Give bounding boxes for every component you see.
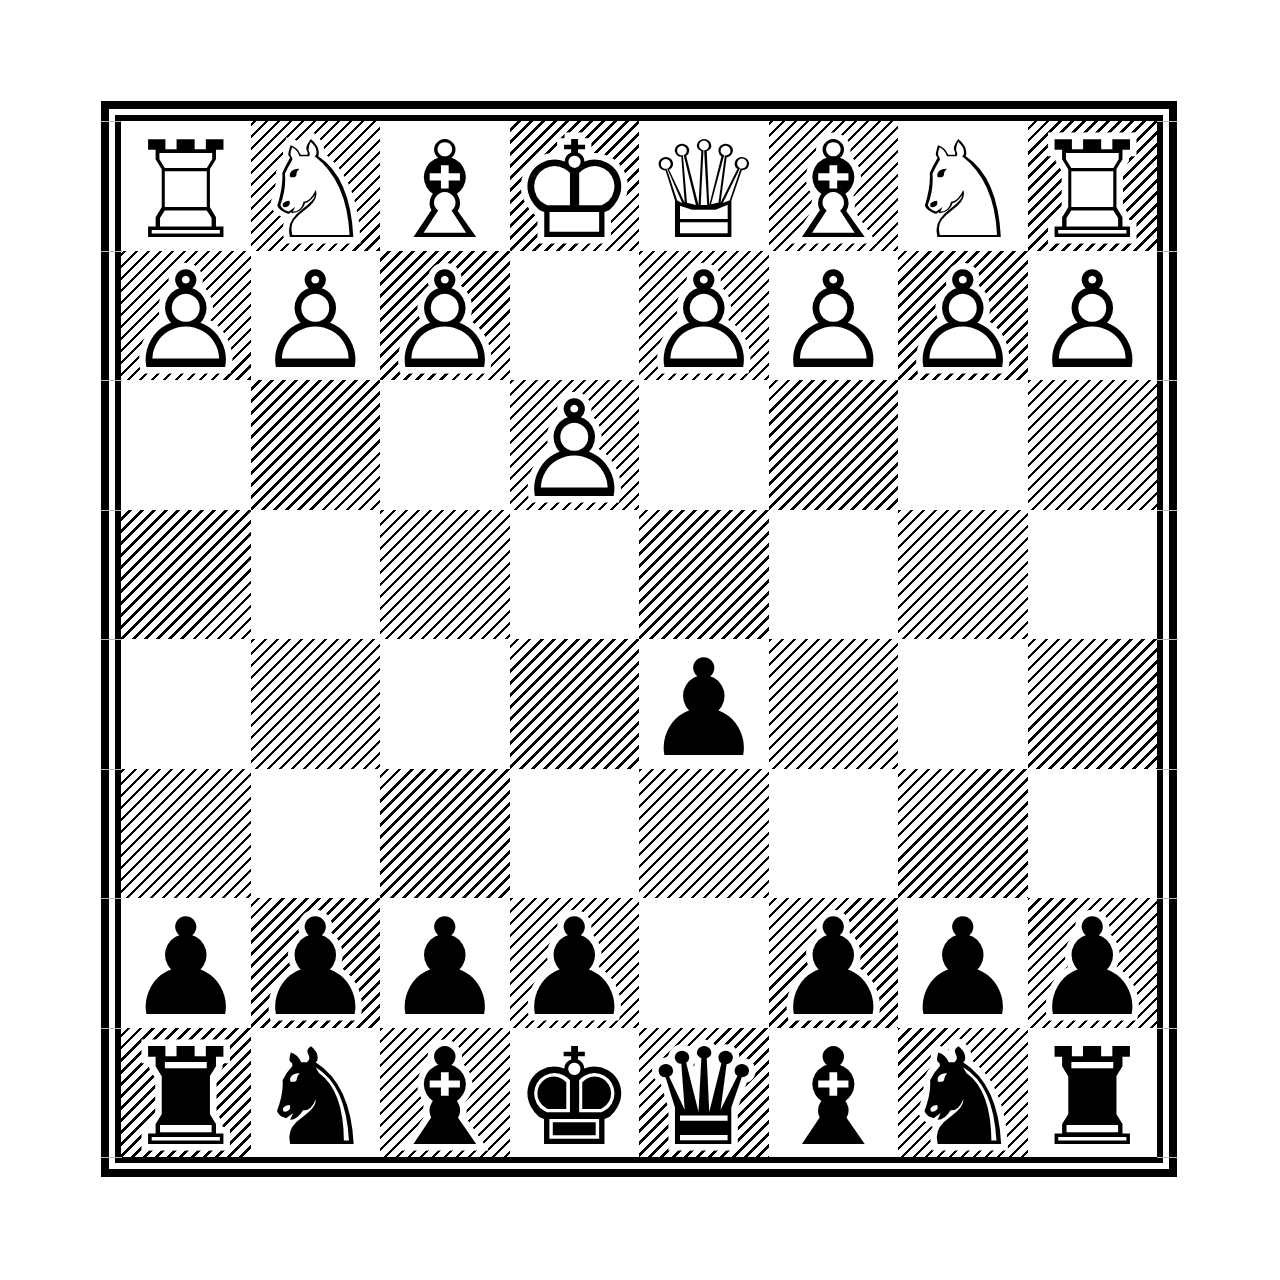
piece-glyph: ♜	[126, 1031, 246, 1165]
square-g8[interactable]: ♞♞	[251, 1028, 381, 1158]
piece-glyph: ♗	[773, 124, 893, 258]
piece-glyph: ♘	[903, 124, 1023, 258]
frame-tick-mark	[1157, 121, 1178, 122]
piece-white-pawn: ♟♙	[639, 254, 769, 384]
square-c5[interactable]	[769, 639, 899, 769]
frame-tick-mark	[101, 1028, 122, 1029]
piece-white-bishop: ♝♗	[769, 124, 899, 254]
piece-glyph: ♙	[903, 254, 1023, 388]
square-b2[interactable]: ♟♙	[898, 251, 1028, 381]
board-frame-inner: ♜♖♞♘♝♗♚♔♛♕♝♗♞♘♜♖♟♙♟♙♟♙♟♙♟♙♟♙♟♙♟♙♟♟♟♟♟♟♟♟…	[115, 115, 1163, 1163]
piece-white-pawn: ♟♙	[769, 254, 899, 384]
square-h8[interactable]: ♜♜	[121, 1028, 251, 1158]
piece-white-pawn: ♟♙	[121, 254, 251, 384]
square-b8[interactable]: ♞♞	[898, 1028, 1028, 1158]
piece-white-pawn: ♟♙	[1028, 254, 1158, 384]
frame-tick-mark	[101, 380, 122, 381]
piece-black-king: ♚♚	[510, 1031, 640, 1161]
piece-glyph: ♙	[385, 254, 505, 388]
square-d7[interactable]	[639, 898, 769, 1028]
square-d4[interactable]	[639, 510, 769, 640]
piece-glyph: ♖	[1032, 124, 1152, 258]
square-g4[interactable]	[251, 510, 381, 640]
square-d2[interactable]: ♟♙	[639, 251, 769, 381]
piece-glyph: ♟	[385, 901, 505, 1035]
square-f5[interactable]	[380, 639, 510, 769]
square-e6[interactable]	[510, 769, 640, 899]
piece-black-knight: ♞♞	[251, 1031, 381, 1161]
square-a6[interactable]	[1028, 769, 1158, 899]
piece-black-pawn: ♟♟	[251, 901, 381, 1031]
square-h1[interactable]: ♜♖	[121, 121, 251, 251]
piece-black-bishop: ♝♝	[380, 1031, 510, 1161]
square-g7[interactable]: ♟♟	[251, 898, 381, 1028]
square-e1[interactable]: ♚♔	[510, 121, 640, 251]
square-b3[interactable]	[898, 380, 1028, 510]
frame-tick-mark	[1157, 1028, 1178, 1029]
piece-white-pawn: ♟♙	[510, 383, 640, 513]
piece-black-rook: ♜♜	[121, 1031, 251, 1161]
square-d6[interactable]	[639, 769, 769, 899]
frame-tick-mark	[1157, 898, 1178, 899]
square-a4[interactable]	[1028, 510, 1158, 640]
square-g2[interactable]: ♟♙	[251, 251, 381, 381]
frame-tick-mark	[1157, 380, 1178, 381]
piece-glyph: ♞	[903, 1031, 1023, 1165]
piece-glyph: ♝	[385, 1031, 505, 1165]
square-a5[interactable]	[1028, 639, 1158, 769]
square-f3[interactable]	[380, 380, 510, 510]
piece-black-pawn: ♟♟	[1028, 901, 1158, 1031]
frame-tick-mark	[1157, 251, 1178, 252]
frame-tick-mark	[1157, 769, 1178, 770]
piece-glyph: ♖	[126, 124, 246, 258]
piece-glyph: ♗	[385, 124, 505, 258]
square-a1[interactable]: ♜♖	[1028, 121, 1158, 251]
piece-black-bishop: ♝♝	[769, 1031, 899, 1161]
square-b4[interactable]	[898, 510, 1028, 640]
piece-black-pawn: ♟♟	[121, 901, 251, 1031]
square-g6[interactable]	[251, 769, 381, 899]
square-c3[interactable]	[769, 380, 899, 510]
square-h3[interactable]	[121, 380, 251, 510]
piece-glyph: ♟	[514, 901, 634, 1035]
piece-glyph: ♘	[255, 124, 375, 258]
piece-black-pawn: ♟♟	[639, 642, 769, 772]
piece-white-pawn: ♟♙	[380, 254, 510, 384]
frame-tick-mark	[101, 639, 122, 640]
square-b1[interactable]: ♞♘	[898, 121, 1028, 251]
square-f4[interactable]	[380, 510, 510, 640]
square-e4[interactable]	[510, 510, 640, 640]
square-f8[interactable]: ♝♝	[380, 1028, 510, 1158]
square-b7[interactable]: ♟♟	[898, 898, 1028, 1028]
frame-tick-mark	[1157, 510, 1178, 511]
square-c4[interactable]	[769, 510, 899, 640]
square-b5[interactable]	[898, 639, 1028, 769]
square-d8[interactable]: ♛♛	[639, 1028, 769, 1158]
piece-glyph: ♟	[126, 901, 246, 1035]
square-h7[interactable]: ♟♟	[121, 898, 251, 1028]
chess-board: ♜♖♞♘♝♗♚♔♛♕♝♗♞♘♜♖♟♙♟♙♟♙♟♙♟♙♟♙♟♙♟♙♟♟♟♟♟♟♟♟…	[121, 121, 1157, 1157]
square-h5[interactable]	[121, 639, 251, 769]
piece-glyph: ♙	[644, 254, 764, 388]
square-e3[interactable]: ♟♙	[510, 380, 640, 510]
piece-black-pawn: ♟♟	[898, 901, 1028, 1031]
square-g5[interactable]	[251, 639, 381, 769]
piece-white-rook: ♜♖	[121, 124, 251, 254]
piece-black-pawn: ♟♟	[769, 901, 899, 1031]
square-a8[interactable]: ♜♜	[1028, 1028, 1158, 1158]
piece-white-king: ♚♔	[510, 124, 640, 254]
square-c2[interactable]: ♟♙	[769, 251, 899, 381]
piece-white-bishop: ♝♗	[380, 124, 510, 254]
square-c1[interactable]: ♝♗	[769, 121, 899, 251]
piece-white-pawn: ♟♙	[251, 254, 381, 384]
piece-glyph: ♟	[255, 901, 375, 1035]
piece-white-knight: ♞♘	[251, 124, 381, 254]
piece-glyph: ♜	[1032, 1031, 1152, 1165]
piece-glyph: ♛	[644, 1031, 764, 1165]
square-g3[interactable]	[251, 380, 381, 510]
piece-white-queen: ♛♕	[639, 124, 769, 254]
piece-black-rook: ♜♜	[1028, 1031, 1158, 1161]
square-h2[interactable]: ♟♙	[121, 251, 251, 381]
chess-diagram-page: ♜♖♞♘♝♗♚♔♛♕♝♗♞♘♜♖♟♙♟♙♟♙♟♙♟♙♟♙♟♙♟♙♟♟♟♟♟♟♟♟…	[0, 0, 1280, 1280]
square-h4[interactable]	[121, 510, 251, 640]
square-a3[interactable]	[1028, 380, 1158, 510]
piece-glyph: ♙	[1032, 254, 1152, 388]
square-f7[interactable]: ♟♟	[380, 898, 510, 1028]
square-g1[interactable]: ♞♘	[251, 121, 381, 251]
piece-white-knight: ♞♘	[898, 124, 1028, 254]
piece-glyph: ♟	[644, 642, 764, 776]
piece-black-queen: ♛♛	[639, 1031, 769, 1161]
frame-tick-mark	[101, 1157, 122, 1158]
square-h6[interactable]	[121, 769, 251, 899]
frame-tick-mark	[101, 251, 122, 252]
piece-glyph: ♝	[773, 1031, 893, 1165]
square-f1[interactable]: ♝♗	[380, 121, 510, 251]
square-c6[interactable]	[769, 769, 899, 899]
piece-glyph: ♕	[644, 124, 764, 258]
piece-white-rook: ♜♖	[1028, 124, 1158, 254]
board-frame-outer: ♜♖♞♘♝♗♚♔♛♕♝♗♞♘♜♖♟♙♟♙♟♙♟♙♟♙♟♙♟♙♟♙♟♟♟♟♟♟♟♟…	[101, 101, 1177, 1177]
piece-glyph: ♙	[514, 383, 634, 517]
square-e7[interactable]: ♟♟	[510, 898, 640, 1028]
square-f2[interactable]: ♟♙	[380, 251, 510, 381]
square-c7[interactable]: ♟♟	[769, 898, 899, 1028]
piece-white-pawn: ♟♙	[898, 254, 1028, 384]
square-e5[interactable]	[510, 639, 640, 769]
piece-glyph: ♟	[903, 901, 1023, 1035]
piece-black-knight: ♞♞	[898, 1031, 1028, 1161]
piece-black-pawn: ♟♟	[380, 901, 510, 1031]
piece-glyph: ♙	[255, 254, 375, 388]
square-b6[interactable]	[898, 769, 1028, 899]
square-a7[interactable]: ♟♟	[1028, 898, 1158, 1028]
piece-glyph: ♙	[126, 254, 246, 388]
piece-glyph: ♚	[514, 1031, 634, 1165]
frame-tick-mark	[101, 769, 122, 770]
square-e8[interactable]: ♚♚	[510, 1028, 640, 1158]
square-e2[interactable]	[510, 251, 640, 381]
frame-tick-mark	[101, 510, 122, 511]
square-d3[interactable]	[639, 380, 769, 510]
piece-glyph: ♟	[1032, 901, 1152, 1035]
piece-glyph: ♟	[773, 901, 893, 1035]
frame-tick-mark	[1157, 639, 1178, 640]
piece-glyph: ♞	[255, 1031, 375, 1165]
square-c8[interactable]: ♝♝	[769, 1028, 899, 1158]
piece-glyph: ♙	[773, 254, 893, 388]
square-a2[interactable]: ♟♙	[1028, 251, 1158, 381]
piece-glyph: ♔	[514, 124, 634, 258]
piece-black-pawn: ♟♟	[510, 901, 640, 1031]
frame-tick-mark	[101, 898, 122, 899]
square-d1[interactable]: ♛♕	[639, 121, 769, 251]
frame-tick-mark	[101, 121, 122, 122]
square-f6[interactable]	[380, 769, 510, 899]
square-d5[interactable]: ♟♟	[639, 639, 769, 769]
frame-tick-mark	[1157, 1157, 1178, 1158]
